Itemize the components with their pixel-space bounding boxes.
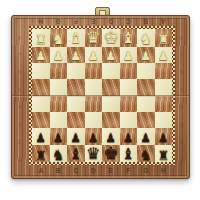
rank-labels-right: 87654321 [177, 29, 186, 168]
piece-white-knight: ♞ [139, 32, 152, 46]
square-d2: ♟ [85, 128, 103, 144]
rank-label-right-5: 5 [177, 81, 186, 98]
square-b1: ♞ [50, 145, 68, 163]
square-e1: ♚ [102, 145, 120, 163]
file-label-g: G [137, 166, 155, 175]
square-g8: ♞ [137, 29, 155, 47]
square-d4 [85, 96, 103, 112]
rank-label-right-4: 4 [177, 99, 186, 116]
chess-board: ♜♞♝♛♚♝♞♜♟♟♟♟♟♟♟♟♟♟♟♟♟♟♟♟♜♞♝♛♚♝♞♜ ABCDEFG… [11, 15, 190, 179]
square-a4 [32, 96, 50, 112]
square-d3 [85, 112, 103, 128]
piece-white-pawn: ♟ [88, 50, 99, 62]
file-label-e: E [102, 166, 120, 175]
square-g2: ♟ [137, 128, 155, 144]
rank-label-right-7: 7 [177, 46, 186, 63]
square-c7: ♟ [67, 47, 85, 63]
piece-white-king: ♚ [103, 29, 118, 46]
square-c3 [67, 112, 85, 128]
square-h6 [155, 63, 173, 79]
square-f6 [120, 63, 138, 79]
square-g3 [137, 112, 155, 128]
square-a7: ♟ [32, 47, 50, 63]
square-b2: ♟ [50, 128, 68, 144]
piece-white-rook: ♜ [157, 33, 169, 46]
file-label-top-a: A [155, 17, 173, 26]
square-b8: ♞ [50, 29, 68, 47]
piece-black-pawn: ♟ [70, 132, 81, 144]
square-f8: ♝ [120, 29, 138, 47]
piece-black-knight: ♞ [139, 148, 152, 162]
file-label-c: C [67, 166, 85, 175]
square-h4 [155, 96, 173, 112]
square-b5 [50, 79, 68, 95]
piece-black-pawn: ♟ [88, 132, 99, 144]
rank-label-left-8: 8 [15, 29, 24, 46]
square-a6 [32, 63, 50, 79]
fold-seam [12, 95, 189, 97]
square-h2: ♟ [155, 128, 173, 144]
file-label-b: B [50, 166, 68, 175]
piece-black-king: ♚ [103, 145, 118, 162]
square-a8: ♜ [32, 29, 50, 47]
square-c1: ♝ [67, 145, 85, 163]
square-c4 [67, 96, 85, 112]
file-label-top-f: F [67, 17, 85, 26]
piece-black-bishop: ♝ [69, 147, 82, 162]
piece-white-pawn: ♟ [35, 50, 46, 62]
piece-black-bishop: ♝ [122, 147, 135, 162]
square-b4 [50, 96, 68, 112]
square-e6 [102, 63, 120, 79]
square-f1: ♝ [120, 145, 138, 163]
file-label-top-d: D [102, 17, 120, 26]
file-label-d: D [85, 166, 103, 175]
piece-black-pawn: ♟ [35, 132, 46, 144]
piece-white-pawn: ♟ [105, 50, 116, 62]
rank-label-right-1: 1 [177, 151, 186, 168]
square-f3 [120, 112, 138, 128]
rank-label-right-2: 2 [177, 133, 186, 150]
piece-black-pawn: ♟ [105, 132, 116, 144]
piece-white-pawn: ♟ [158, 50, 169, 62]
square-g4 [137, 96, 155, 112]
square-d5 [85, 79, 103, 95]
square-c2: ♟ [67, 128, 85, 144]
piece-black-rook: ♜ [157, 149, 169, 162]
square-h5 [155, 79, 173, 95]
piece-white-bishop: ♝ [122, 31, 135, 46]
square-e2: ♟ [102, 128, 120, 144]
square-g7: ♟ [137, 47, 155, 63]
rank-label-left-6: 6 [15, 64, 24, 81]
square-f5 [120, 79, 138, 95]
file-label-top-g: G [50, 17, 68, 26]
square-h8: ♜ [155, 29, 173, 47]
square-f2: ♟ [120, 128, 138, 144]
piece-white-rook: ♜ [35, 33, 47, 46]
square-a5 [32, 79, 50, 95]
square-e3 [102, 112, 120, 128]
rank-label-left-3: 3 [15, 116, 24, 133]
rank-label-right-3: 3 [177, 116, 186, 133]
file-label-top-h: H [32, 17, 50, 26]
square-e7: ♟ [102, 47, 120, 63]
square-f4 [120, 96, 138, 112]
piece-white-pawn: ♟ [123, 50, 134, 62]
square-b7: ♟ [50, 47, 68, 63]
square-c6 [67, 63, 85, 79]
piece-black-knight: ♞ [52, 148, 65, 162]
piece-white-pawn: ♟ [53, 50, 64, 62]
square-b3 [50, 112, 68, 128]
square-a2: ♟ [32, 128, 50, 144]
rank-labels-left: 87654321 [15, 29, 24, 168]
square-d6 [85, 63, 103, 79]
square-h7: ♟ [155, 47, 173, 63]
square-b6 [50, 63, 68, 79]
rank-label-left-2: 2 [15, 133, 24, 150]
square-h1: ♜ [155, 145, 173, 163]
file-label-top-b: B [137, 17, 155, 26]
square-e4 [102, 96, 120, 112]
square-g1: ♞ [137, 145, 155, 163]
square-f7: ♟ [120, 47, 138, 63]
piece-white-queen: ♛ [86, 30, 100, 46]
file-label-f: F [120, 166, 138, 175]
rank-label-left-4: 4 [15, 99, 24, 116]
product-photo-scene: ♜♞♝♛♚♝♞♜♟♟♟♟♟♟♟♟♟♟♟♟♟♟♟♟♜♞♝♛♚♝♞♜ ABCDEFG… [0, 0, 200, 200]
piece-black-pawn: ♟ [123, 132, 134, 144]
rank-label-left-1: 1 [15, 151, 24, 168]
square-d7: ♟ [85, 47, 103, 63]
file-label-h: H [155, 166, 173, 175]
square-d8: ♛ [85, 29, 103, 47]
file-label-a: A [32, 166, 50, 175]
file-labels-bottom: ABCDEFGH [32, 166, 172, 175]
piece-white-knight: ♞ [52, 32, 65, 46]
piece-black-pawn: ♟ [53, 132, 64, 144]
file-label-top-c: C [120, 17, 138, 26]
file-label-top-e: E [85, 17, 103, 26]
square-a3 [32, 112, 50, 128]
piece-white-pawn: ♟ [140, 50, 151, 62]
piece-black-pawn: ♟ [158, 132, 169, 144]
piece-black-rook: ♜ [35, 149, 47, 162]
rank-label-left-7: 7 [15, 46, 24, 63]
rank-label-left-5: 5 [15, 81, 24, 98]
square-e8: ♚ [102, 29, 120, 47]
square-e5 [102, 79, 120, 95]
rank-label-right-8: 8 [177, 29, 186, 46]
square-d1: ♛ [85, 145, 103, 163]
rank-label-right-6: 6 [177, 64, 186, 81]
square-a1: ♜ [32, 145, 50, 163]
square-h3 [155, 112, 173, 128]
square-g5 [137, 79, 155, 95]
piece-black-queen: ♛ [86, 146, 100, 162]
piece-black-pawn: ♟ [140, 132, 151, 144]
square-c8: ♝ [67, 29, 85, 47]
square-g6 [137, 63, 155, 79]
file-labels-top: ABCDEFGH [32, 17, 172, 26]
piece-white-pawn: ♟ [70, 50, 81, 62]
piece-white-bishop: ♝ [69, 31, 82, 46]
square-c5 [67, 79, 85, 95]
